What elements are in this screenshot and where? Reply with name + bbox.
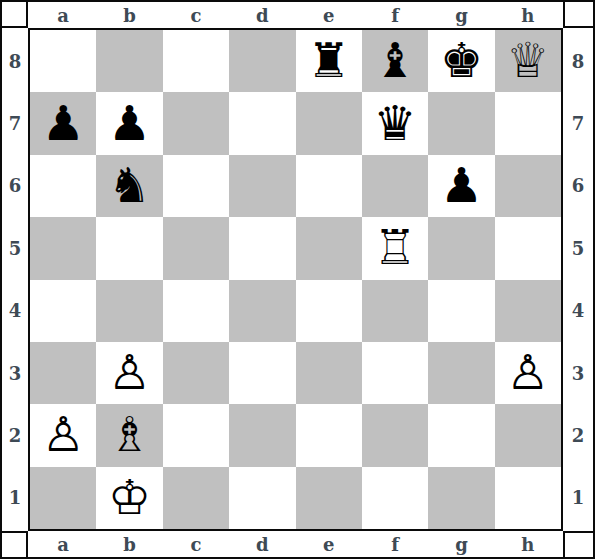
square-g2 [428,404,494,466]
corner-cell-top-right [563,2,593,28]
square-e4 [296,280,362,342]
square-c4 [163,280,229,342]
square-c2 [163,404,229,466]
piece-black-pawn-a7: ♟ [42,99,85,147]
square-a6 [30,155,96,217]
square-d8 [229,30,295,92]
rank-label-7: 7 [572,113,585,134]
file-label-a: a [57,534,69,555]
square-f2 [362,404,428,466]
square-h8: ♕ [495,30,561,92]
square-g1 [428,467,494,529]
square-a1 [30,467,96,529]
square-b4 [96,280,162,342]
square-d7 [229,92,295,154]
square-c8 [163,30,229,92]
rank-label-8: 8 [9,51,22,72]
square-f8: ♝ [362,30,428,92]
file-label-g: g [455,534,468,555]
square-e3 [296,342,362,404]
square-g4 [428,280,494,342]
square-e5 [296,217,362,279]
file-label-d: d [256,534,269,555]
rank-label-6: 6 [9,175,22,196]
rank-labels-left: 87654321 [2,28,28,531]
piece-black-rook-e8: ♜ [307,36,350,84]
file-label-h: h [521,534,534,555]
file-label-d: d [256,5,269,26]
piece-white-pawn-b3: ♙ [108,348,151,396]
rank-label-4: 4 [572,300,585,321]
square-g6: ♟ [428,155,494,217]
square-h7 [495,92,561,154]
file-label-c: c [190,5,201,26]
file-labels-top: abcdefgh [28,2,563,28]
file-label-e: e [323,5,334,26]
square-a4 [30,280,96,342]
square-a3 [30,342,96,404]
file-label-f: f [391,534,399,555]
rank-label-8: 8 [572,51,585,72]
piece-black-knight-b6: ♞ [108,161,151,209]
square-b1: ♔ [96,467,162,529]
square-b2: ♗ [96,404,162,466]
square-h4 [495,280,561,342]
piece-black-pawn-b7: ♟ [108,99,151,147]
file-label-e: e [323,534,334,555]
square-g5 [428,217,494,279]
square-f3 [362,342,428,404]
square-d6 [229,155,295,217]
square-f1 [362,467,428,529]
square-d2 [229,404,295,466]
corner-cell-bottom-left [2,531,28,557]
piece-black-pawn-g6: ♟ [440,161,483,209]
square-d5 [229,217,295,279]
file-labels-bottom: abcdefgh [28,531,563,557]
square-a7: ♟ [30,92,96,154]
square-e6 [296,155,362,217]
square-h5 [495,217,561,279]
square-b7: ♟ [96,92,162,154]
square-a5 [30,217,96,279]
piece-white-rook-f5: ♖ [374,223,417,271]
square-f7: ♛ [362,92,428,154]
square-e1 [296,467,362,529]
rank-label-1: 1 [9,487,22,508]
rank-label-5: 5 [9,238,22,259]
rank-label-1: 1 [572,487,585,508]
square-b8 [96,30,162,92]
square-h3: ♙ [495,342,561,404]
chess-diagram: abcdefgh 87654321 ♜♝♚♕♟♟♛♞♟♖♙♙♙♗♔ 876543… [0,0,595,559]
piece-white-bishop-b2: ♗ [108,410,151,458]
rank-label-5: 5 [572,238,585,259]
file-label-f: f [391,5,399,26]
square-b5 [96,217,162,279]
rank-label-6: 6 [572,175,585,196]
square-e7 [296,92,362,154]
square-h6 [495,155,561,217]
rank-labels-right: 87654321 [563,28,593,531]
file-label-g: g [455,5,468,26]
square-f5: ♖ [362,217,428,279]
square-e8: ♜ [296,30,362,92]
square-h2 [495,404,561,466]
piece-black-bishop-f8: ♝ [374,36,417,84]
square-c7 [163,92,229,154]
square-b3: ♙ [96,342,162,404]
chess-board: ♜♝♚♕♟♟♛♞♟♖♙♙♙♗♔ [28,28,563,531]
rank-label-3: 3 [9,363,22,384]
rank-label-2: 2 [572,425,585,446]
square-d1 [229,467,295,529]
file-label-b: b [123,5,136,26]
square-c6 [163,155,229,217]
square-e2 [296,404,362,466]
square-a8 [30,30,96,92]
piece-white-king-b1: ♔ [108,473,151,521]
square-f6 [362,155,428,217]
corner-cell-top-left [2,2,28,28]
piece-white-pawn-a2: ♙ [42,410,85,458]
square-f4 [362,280,428,342]
square-g7 [428,92,494,154]
square-d4 [229,280,295,342]
rank-label-3: 3 [572,363,585,384]
rank-label-4: 4 [9,300,22,321]
square-c5 [163,217,229,279]
file-label-b: b [123,534,136,555]
square-g8: ♚ [428,30,494,92]
file-label-h: h [521,5,534,26]
square-c1 [163,467,229,529]
file-label-a: a [57,5,69,26]
rank-label-7: 7 [9,113,22,134]
piece-black-queen-f7: ♛ [374,99,417,147]
square-h1 [495,467,561,529]
square-a2: ♙ [30,404,96,466]
piece-white-queen-h8: ♕ [506,36,549,84]
file-label-c: c [190,534,201,555]
square-c3 [163,342,229,404]
square-d3 [229,342,295,404]
piece-white-pawn-h3: ♙ [506,348,549,396]
rank-label-2: 2 [9,425,22,446]
corner-cell-bottom-right [563,531,593,557]
square-b6: ♞ [96,155,162,217]
piece-black-king-g8: ♚ [440,36,483,84]
square-g3 [428,342,494,404]
